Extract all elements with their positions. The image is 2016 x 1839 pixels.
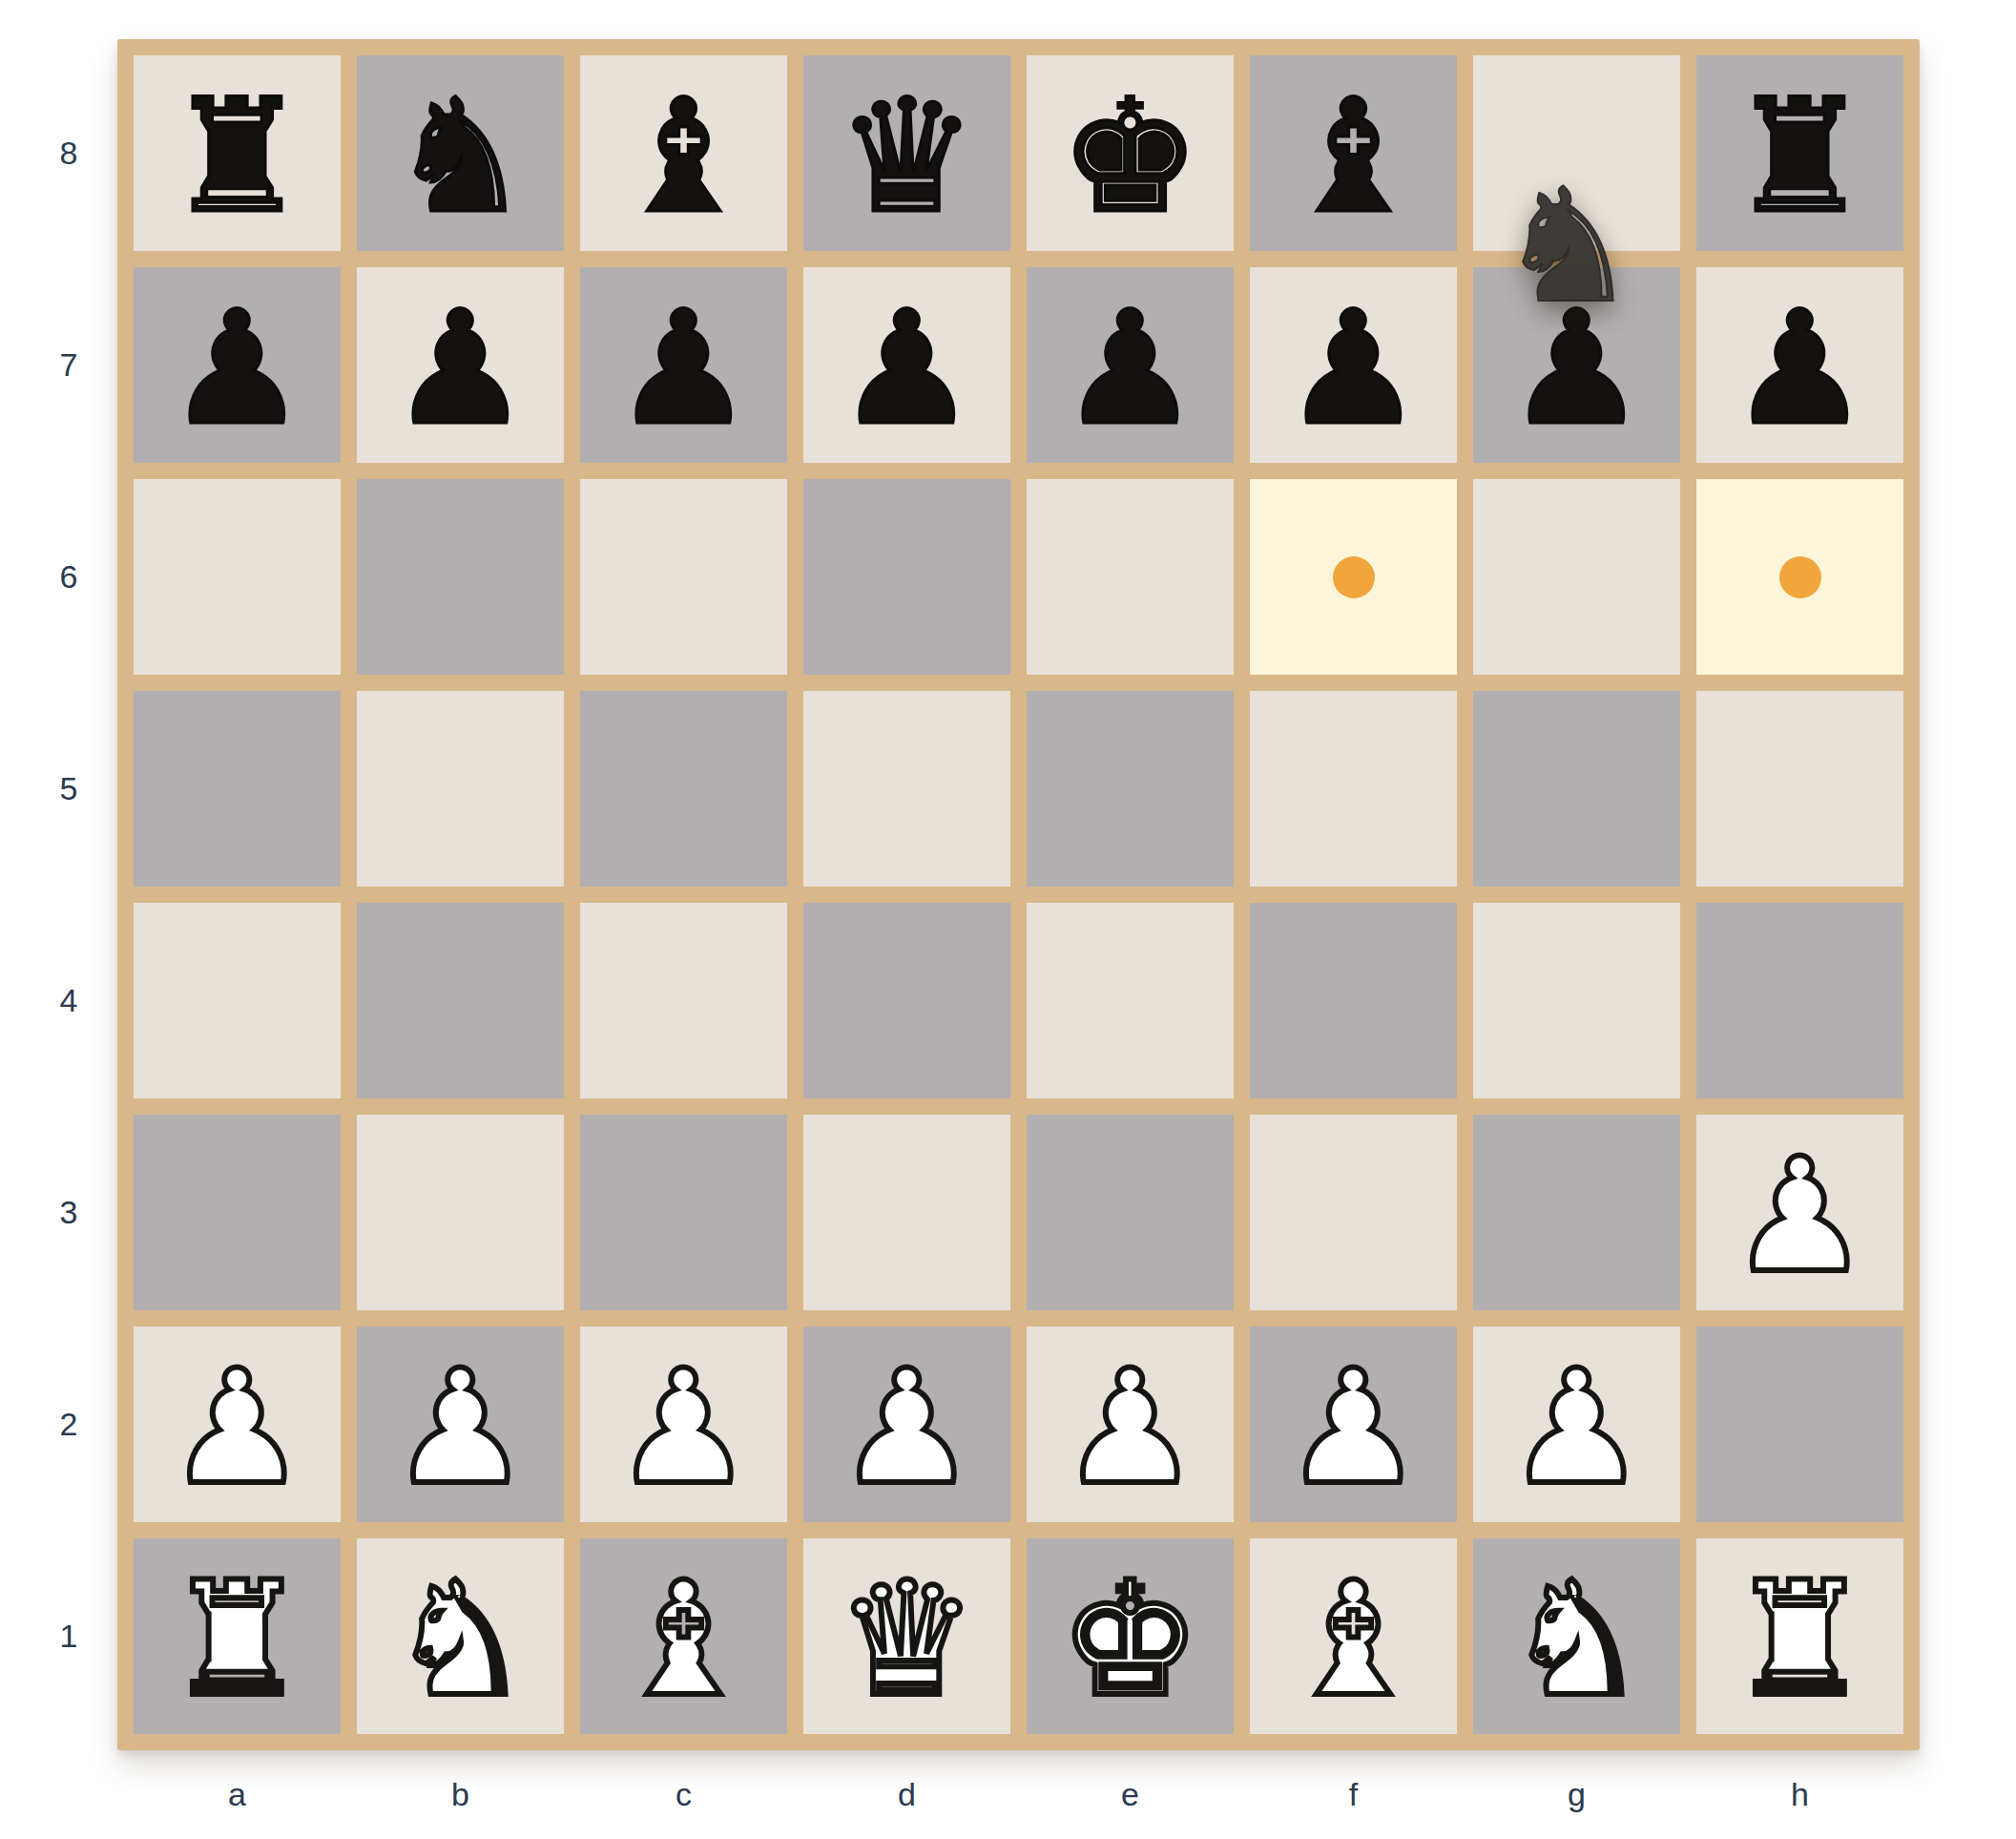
file-label-e: e xyxy=(1027,1764,1234,1825)
square-d3[interactable] xyxy=(803,1115,1010,1310)
square-c5[interactable] xyxy=(580,691,787,887)
piece-white-rook-h1[interactable]: ♜ xyxy=(1730,1561,1871,1719)
square-f6[interactable] xyxy=(1250,479,1457,675)
square-c2[interactable]: ♟ xyxy=(580,1327,787,1522)
square-h3[interactable]: ♟ xyxy=(1696,1115,1903,1310)
piece-white-knight-g1[interactable]: ♞ xyxy=(1507,1561,1648,1719)
square-h7[interactable]: ♟ xyxy=(1696,267,1903,463)
square-f8[interactable]: ♝ xyxy=(1250,55,1457,251)
square-h6[interactable] xyxy=(1696,479,1903,675)
piece-white-pawn-a2[interactable]: ♟ xyxy=(167,1349,308,1507)
square-e7[interactable]: ♟ xyxy=(1027,267,1234,463)
square-e3[interactable] xyxy=(1027,1115,1234,1310)
piece-black-pawn-e7[interactable]: ♟ xyxy=(1060,290,1201,448)
legal-move-dot-h6 xyxy=(1779,556,1821,598)
square-c8[interactable]: ♝ xyxy=(580,55,787,251)
piece-white-pawn-f2[interactable]: ♟ xyxy=(1283,1349,1424,1507)
square-g5[interactable] xyxy=(1473,691,1680,887)
piece-white-queen-d1[interactable]: ♛ xyxy=(837,1561,978,1719)
square-h8[interactable]: ♜ xyxy=(1696,55,1903,251)
square-g2[interactable]: ♟ xyxy=(1473,1327,1680,1522)
square-d8[interactable]: ♛ xyxy=(803,55,1010,251)
piece-white-rook-a1[interactable]: ♜ xyxy=(167,1561,308,1719)
square-f2[interactable]: ♟ xyxy=(1250,1327,1457,1522)
piece-black-pawn-f7[interactable]: ♟ xyxy=(1283,290,1424,448)
square-e8[interactable]: ♚ xyxy=(1027,55,1234,251)
square-h2[interactable] xyxy=(1696,1327,1903,1522)
square-g3[interactable] xyxy=(1473,1115,1680,1310)
square-h4[interactable] xyxy=(1696,903,1903,1098)
piece-black-pawn-c7[interactable]: ♟ xyxy=(613,290,755,448)
piece-black-king-e8[interactable]: ♚ xyxy=(1060,78,1201,236)
square-b5[interactable] xyxy=(357,691,564,887)
square-c4[interactable] xyxy=(580,903,787,1098)
square-f7[interactable]: ♟ xyxy=(1250,267,1457,463)
square-d7[interactable]: ♟ xyxy=(803,267,1010,463)
square-g4[interactable] xyxy=(1473,903,1680,1098)
file-label-b: b xyxy=(357,1764,564,1825)
piece-black-pawn-d7[interactable]: ♟ xyxy=(837,290,978,448)
square-c6[interactable] xyxy=(580,479,787,675)
piece-black-pawn-h7[interactable]: ♟ xyxy=(1730,290,1871,448)
file-label-g: g xyxy=(1473,1764,1680,1825)
square-a2[interactable]: ♟ xyxy=(134,1327,341,1522)
square-a4[interactable] xyxy=(134,903,341,1098)
square-e4[interactable] xyxy=(1027,903,1234,1098)
square-h5[interactable] xyxy=(1696,691,1903,887)
file-label-c: c xyxy=(580,1764,787,1825)
dragged-piece-black-knight[interactable]: ♞ xyxy=(1465,145,1672,341)
square-b1[interactable]: ♞ xyxy=(357,1538,564,1734)
square-a7[interactable]: ♟ xyxy=(134,267,341,463)
file-label-h: h xyxy=(1696,1764,1903,1825)
square-e5[interactable] xyxy=(1027,691,1234,887)
square-a6[interactable] xyxy=(134,479,341,675)
square-e2[interactable]: ♟ xyxy=(1027,1327,1234,1522)
file-label-f: f xyxy=(1250,1764,1457,1825)
square-a8[interactable]: ♜ xyxy=(134,55,341,251)
square-e6[interactable] xyxy=(1027,479,1234,675)
square-c7[interactable]: ♟ xyxy=(580,267,787,463)
square-b3[interactable] xyxy=(357,1115,564,1310)
piece-black-rook-a8[interactable]: ♜ xyxy=(167,78,308,236)
piece-white-pawn-c2[interactable]: ♟ xyxy=(613,1349,755,1507)
square-e1[interactable]: ♚ xyxy=(1027,1538,1234,1734)
legal-move-dot-f6 xyxy=(1333,556,1375,598)
square-g6[interactable] xyxy=(1473,479,1680,675)
square-h1[interactable]: ♜ xyxy=(1696,1538,1903,1734)
piece-white-pawn-e2[interactable]: ♟ xyxy=(1060,1349,1201,1507)
square-b6[interactable] xyxy=(357,479,564,675)
piece-white-pawn-h3[interactable]: ♟ xyxy=(1730,1138,1871,1295)
square-b8[interactable]: ♞ xyxy=(357,55,564,251)
square-g1[interactable]: ♞ xyxy=(1473,1538,1680,1734)
square-c3[interactable] xyxy=(580,1115,787,1310)
square-d4[interactable] xyxy=(803,903,1010,1098)
square-d5[interactable] xyxy=(803,691,1010,887)
square-a5[interactable] xyxy=(134,691,341,887)
square-a1[interactable]: ♜ xyxy=(134,1538,341,1734)
square-b2[interactable]: ♟ xyxy=(357,1327,564,1522)
piece-black-pawn-b7[interactable]: ♟ xyxy=(390,290,531,448)
piece-white-knight-b1[interactable]: ♞ xyxy=(390,1561,531,1719)
piece-white-bishop-f1[interactable]: ♝ xyxy=(1283,1561,1424,1719)
chess-app-stage: 87654321 ♜♞♝♛♚♝♜♟♟♟♟♟♟♟♟♟♟♟♟♟♟♟♟♜♞♝♛♚♝♞♜… xyxy=(0,0,2016,1839)
square-a3[interactable] xyxy=(134,1115,341,1310)
square-d6[interactable] xyxy=(803,479,1010,675)
piece-white-king-e1[interactable]: ♚ xyxy=(1060,1561,1201,1719)
piece-black-pawn-a7[interactable]: ♟ xyxy=(167,290,308,448)
piece-black-knight-b8[interactable]: ♞ xyxy=(390,78,531,236)
piece-white-pawn-d2[interactable]: ♟ xyxy=(837,1349,978,1507)
square-f3[interactable] xyxy=(1250,1115,1457,1310)
file-label-d: d xyxy=(803,1764,1010,1825)
black-knight-glyph: ♞ xyxy=(1498,168,1639,325)
square-d2[interactable]: ♟ xyxy=(803,1327,1010,1522)
piece-black-bishop-f8[interactable]: ♝ xyxy=(1283,78,1424,236)
square-c1[interactable]: ♝ xyxy=(580,1538,787,1734)
square-b7[interactable]: ♟ xyxy=(357,267,564,463)
square-f4[interactable] xyxy=(1250,903,1457,1098)
piece-white-pawn-g2[interactable]: ♟ xyxy=(1507,1349,1648,1507)
file-label-a: a xyxy=(134,1764,341,1825)
piece-black-queen-d8[interactable]: ♛ xyxy=(837,78,978,236)
piece-black-rook-h8[interactable]: ♜ xyxy=(1730,78,1871,236)
square-d1[interactable]: ♛ xyxy=(803,1538,1010,1734)
piece-black-bishop-c8[interactable]: ♝ xyxy=(613,78,755,236)
piece-white-pawn-b2[interactable]: ♟ xyxy=(390,1349,531,1507)
file-labels: abcdefgh xyxy=(134,1764,1903,1825)
piece-white-bishop-c1[interactable]: ♝ xyxy=(613,1561,755,1719)
square-f1[interactable]: ♝ xyxy=(1250,1538,1457,1734)
square-f5[interactable] xyxy=(1250,691,1457,887)
square-b4[interactable] xyxy=(357,903,564,1098)
